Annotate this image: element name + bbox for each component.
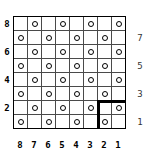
circle-symbol <box>46 35 52 41</box>
chart-cell <box>28 87 41 100</box>
row-label-right: 3 <box>135 88 145 100</box>
chart-cell <box>70 73 83 86</box>
circle-symbol <box>46 63 52 69</box>
chart-cell <box>14 17 27 30</box>
chart-cell <box>84 17 97 30</box>
chart-cell <box>84 59 97 72</box>
chart-cell <box>42 59 55 72</box>
chart-cell <box>56 101 69 114</box>
chart-cell <box>42 87 55 100</box>
circle-symbol <box>32 77 38 83</box>
column-label: 7 <box>28 139 40 151</box>
chart-cell <box>14 115 27 128</box>
chart-cell <box>14 45 27 58</box>
chart-cell <box>84 101 97 114</box>
row-label-left: 6 <box>2 46 12 58</box>
circle-symbol <box>74 119 80 125</box>
circle-symbol <box>60 77 66 83</box>
column-label: 2 <box>98 139 110 151</box>
chart-cell <box>56 17 69 30</box>
circle-symbol <box>88 49 94 55</box>
circle-symbol <box>46 91 52 97</box>
chart-cell <box>28 101 41 114</box>
chart-cell <box>56 31 69 44</box>
chart-cell <box>112 115 125 128</box>
chart-cell <box>84 45 97 58</box>
chart-cell <box>112 101 125 114</box>
chart-cell <box>98 31 111 44</box>
circle-symbol <box>32 49 38 55</box>
column-label: 5 <box>56 139 68 151</box>
row-label-left: 8 <box>2 18 12 30</box>
circle-symbol <box>18 91 24 97</box>
chart-cell <box>42 31 55 44</box>
circle-symbol <box>102 35 108 41</box>
circle-symbol <box>60 49 66 55</box>
chart-cell <box>14 31 27 44</box>
column-label: 8 <box>14 139 26 151</box>
column-label: 3 <box>84 139 96 151</box>
chart-cell <box>112 73 125 86</box>
column-label: 6 <box>42 139 54 151</box>
chart-cell <box>56 73 69 86</box>
chart-cell <box>28 17 41 30</box>
circle-symbol <box>74 35 80 41</box>
chart-cell <box>98 73 111 86</box>
row-label-right: 7 <box>135 32 145 44</box>
chart-cell <box>28 115 41 128</box>
circle-symbol <box>60 21 66 27</box>
circle-symbol <box>88 21 94 27</box>
row-label-left: 4 <box>2 74 12 86</box>
stitch-chart-diagram: 8642753187654321 <box>0 0 151 158</box>
circle-symbol <box>116 21 122 27</box>
chart-cell <box>112 87 125 100</box>
circle-symbol <box>46 119 52 125</box>
chart-cell <box>70 45 83 58</box>
chart-cell <box>98 17 111 30</box>
row-label-right: 1 <box>135 116 145 128</box>
circle-symbol <box>32 21 38 27</box>
row-label-left: 2 <box>2 102 12 114</box>
chart-cell <box>112 31 125 44</box>
chart-cell <box>98 87 111 100</box>
chart-cell <box>28 31 41 44</box>
circle-symbol <box>102 119 108 125</box>
chart-cell <box>56 59 69 72</box>
chart-cell <box>14 73 27 86</box>
column-label: 1 <box>112 139 124 151</box>
chart-cell <box>84 73 97 86</box>
circle-symbol <box>74 91 80 97</box>
circle-symbol <box>116 49 122 55</box>
row-label-right: 5 <box>135 60 145 72</box>
circle-symbol <box>88 77 94 83</box>
chart-cell <box>28 73 41 86</box>
circle-symbol <box>102 63 108 69</box>
chart-cell <box>84 87 97 100</box>
chart-cell <box>84 31 97 44</box>
circle-symbol <box>18 119 24 125</box>
chart-cell <box>70 101 83 114</box>
chart-cell <box>14 59 27 72</box>
chart-cell <box>42 101 55 114</box>
chart-cell <box>98 101 111 114</box>
chart-cell <box>98 45 111 58</box>
chart-cell <box>42 17 55 30</box>
circle-symbol <box>88 105 94 111</box>
circle-symbol <box>32 105 38 111</box>
chart-cell <box>112 17 125 30</box>
chart-cell <box>14 87 27 100</box>
circle-symbol <box>102 91 108 97</box>
chart-cell <box>28 45 41 58</box>
chart-cell <box>70 17 83 30</box>
chart-cell <box>56 45 69 58</box>
chart-cell <box>56 87 69 100</box>
chart-cell <box>42 73 55 86</box>
chart-cell <box>84 115 97 128</box>
chart-cell <box>70 87 83 100</box>
circle-symbol <box>18 63 24 69</box>
chart-cell <box>14 101 27 114</box>
chart-cell <box>70 31 83 44</box>
circle-symbol <box>74 63 80 69</box>
chart-cell <box>112 45 125 58</box>
chart-cell <box>42 45 55 58</box>
chart-cell <box>56 115 69 128</box>
chart-cell <box>28 59 41 72</box>
chart-cell <box>70 115 83 128</box>
circle-symbol <box>116 105 122 111</box>
column-label: 4 <box>70 139 82 151</box>
chart-cell <box>112 59 125 72</box>
circle-symbol <box>60 105 66 111</box>
circle-symbol <box>18 35 24 41</box>
chart-cell <box>70 59 83 72</box>
circle-symbol <box>116 77 122 83</box>
chart-cell <box>42 115 55 128</box>
chart-grid <box>13 16 126 129</box>
chart-cell <box>98 115 111 128</box>
chart-cell <box>98 59 111 72</box>
